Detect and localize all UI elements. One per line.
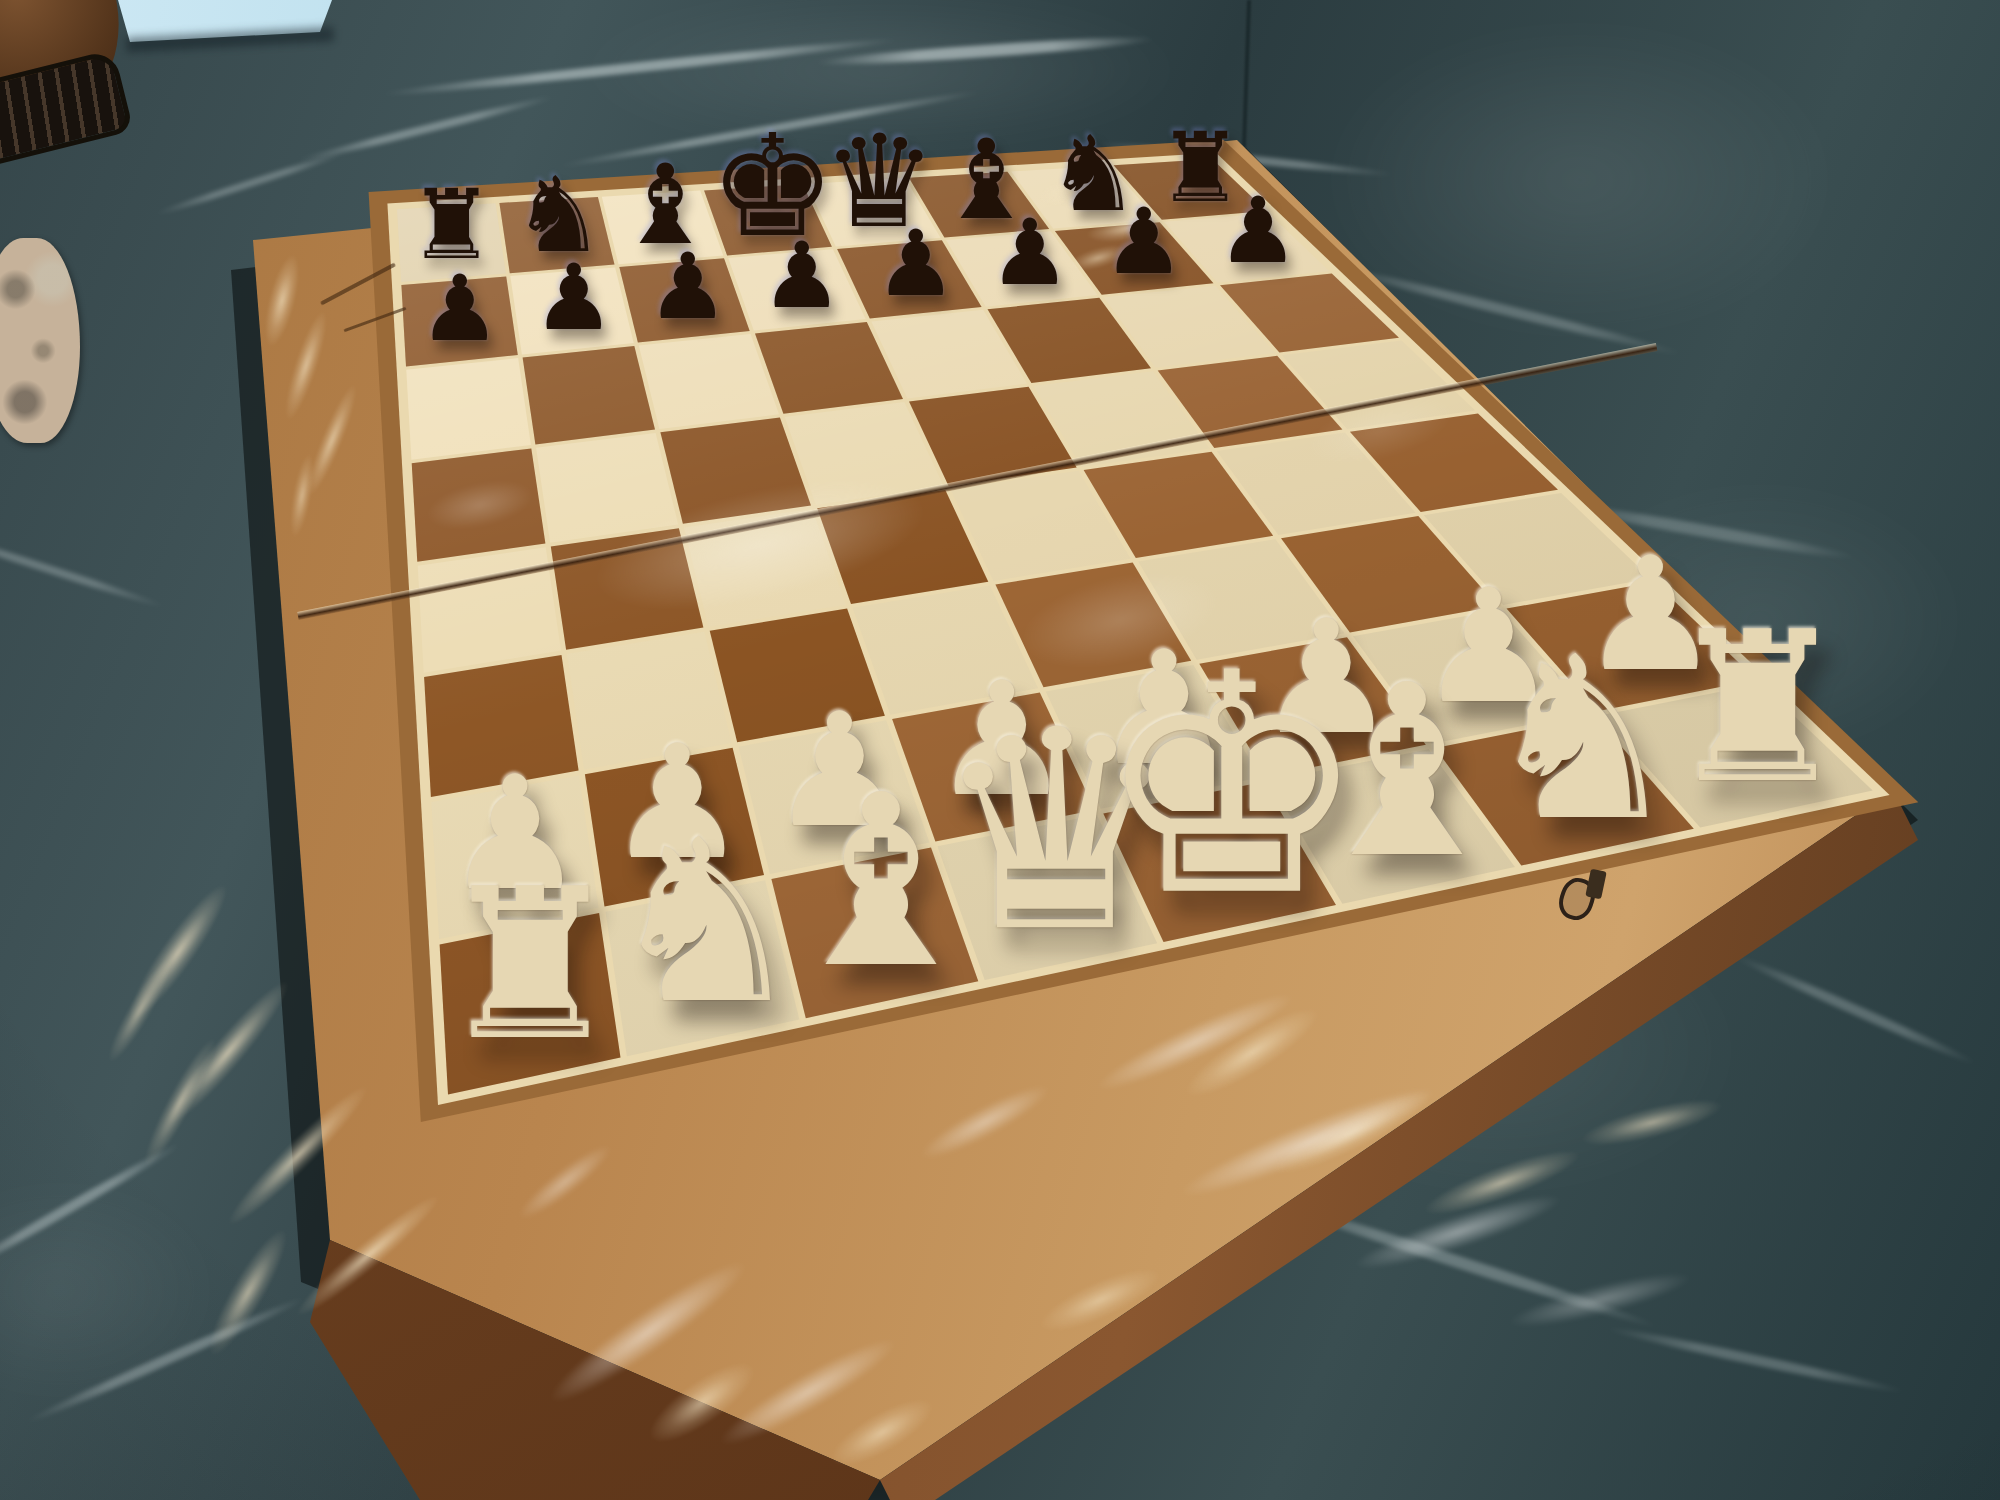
piece-white-knight-g1: ♞ [1482,627,1684,852]
photo-scene: ♜♞♝♚♛♝♞♜♟♟♟♟♟♟♟♟♟♟♟♟♟♟♟♟♜♞♝♛♚♝♞♜ [0,0,2000,1500]
piece-black-pawn-d7: ♟ [761,229,843,320]
piece-black-pawn-a7: ♟ [419,262,501,353]
piece-black-pawn-b7: ♟ [533,251,615,342]
piece-black-pawn-c7: ♟ [647,240,729,331]
piece-black-pawn-g7: ♟ [1103,196,1185,287]
piece-white-rook-a1: ♜ [437,861,623,1069]
piece-white-rook-h1: ♜ [1664,605,1850,813]
piece-black-pawn-f7: ♟ [989,207,1071,298]
piece-black-pawn-h7: ♟ [1217,184,1299,275]
piece-black-pawn-e7: ♟ [875,218,957,309]
